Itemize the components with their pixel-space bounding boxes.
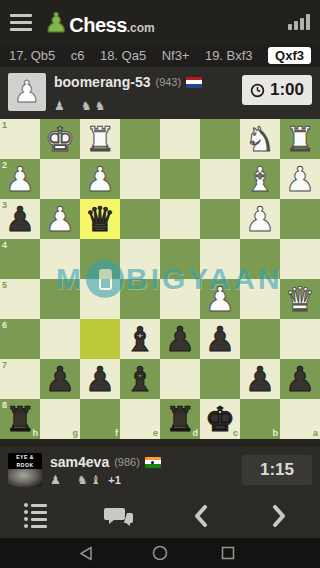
move-item[interactable]: 19. Bxf3: [205, 48, 253, 63]
black-pawn-f7[interactable]: ♟: [80, 359, 120, 399]
captured-piece-bishop-icon: ♝: [91, 474, 102, 486]
captured-piece-pawn-icon: ♟: [54, 100, 65, 112]
black-bishop-e7[interactable]: ♝: [120, 359, 160, 399]
clock-top: 1:00: [242, 75, 312, 105]
player-bar-bottom: EYE & ROOK sam4eva (986) ♟♞♝+1 1:15: [0, 447, 320, 493]
android-nav-bar: [0, 538, 320, 568]
square-f6[interactable]: [80, 319, 120, 359]
square-c7[interactable]: [200, 359, 240, 399]
square-g1[interactable]: ♚: [40, 119, 80, 159]
file-label-e: e: [153, 428, 158, 438]
square-e8[interactable]: e: [120, 399, 160, 439]
clock-bottom-time: 1:15: [260, 460, 294, 480]
app-screen: ♟ Chess .com 17. Qb5c618. Qa5Nf3+19. Bxf…: [0, 0, 320, 568]
square-f1[interactable]: ♜: [80, 119, 120, 159]
square-f3[interactable]: ♛: [80, 199, 120, 239]
brand-text: Chess: [69, 14, 127, 36]
square-h5[interactable]: 5: [0, 279, 40, 319]
square-a7[interactable]: ♟: [280, 359, 320, 399]
square-b8[interactable]: b: [240, 399, 280, 439]
avatar-image: [8, 469, 42, 487]
square-c2[interactable]: [200, 159, 240, 199]
move-item[interactable]: c6: [71, 48, 85, 63]
white-knight-b1[interactable]: ♞: [240, 119, 280, 159]
square-d5[interactable]: [160, 279, 200, 319]
rank-label-5: 5: [2, 280, 7, 290]
rank-label-6: 6: [2, 320, 7, 330]
white-pawn-a2[interactable]: ♟: [280, 159, 320, 199]
captured-pieces-top: ♟♞♞: [54, 100, 202, 112]
square-h6[interactable]: 6: [0, 319, 40, 359]
next-move-icon[interactable]: [268, 493, 290, 538]
black-pawn-c6[interactable]: ♟: [200, 319, 240, 359]
game-toolbar: [0, 493, 320, 538]
white-pawn-c5[interactable]: ♟: [200, 279, 240, 319]
avatar-top[interactable]: ♟: [8, 73, 46, 111]
player-bar-top: ♟ boomerang-53 (943) ♟♞♞ 1:00: [0, 67, 320, 119]
white-pawn-f2[interactable]: ♟: [80, 159, 120, 199]
material-advantage: +1: [108, 474, 121, 486]
square-h3[interactable]: 3♟: [0, 199, 40, 239]
square-a8[interactable]: a: [280, 399, 320, 439]
player-name-top[interactable]: boomerang-53: [54, 74, 150, 90]
rank-label-4: 4: [2, 240, 7, 250]
white-bishop-b2[interactable]: ♝: [240, 159, 280, 199]
clock-bottom: 1:15: [242, 455, 312, 485]
white-pawn-g3[interactable]: ♟: [40, 199, 80, 239]
square-e1[interactable]: [120, 119, 160, 159]
white-pawn-avatar-icon: ♟: [14, 73, 41, 111]
captured-pieces-bottom: ♟♞♝+1: [50, 474, 161, 486]
file-label-d: d: [193, 428, 199, 438]
square-f8[interactable]: f: [80, 399, 120, 439]
rank-label-2: 2: [2, 160, 7, 170]
square-f5[interactable]: [80, 279, 120, 319]
square-d3[interactable]: [160, 199, 200, 239]
india-flag-icon: [145, 457, 161, 468]
square-b4[interactable]: [240, 239, 280, 279]
square-c1[interactable]: [200, 119, 240, 159]
square-h8[interactable]: 8h♜: [0, 399, 40, 439]
board-area: 1♚♜♞♜2♟♟♝♟3♟♟♛♟45♟♛6♝♟♟7♟♟♝♟♟8h♜gfed♜c♚b…: [0, 119, 320, 439]
square-f4[interactable]: [80, 239, 120, 279]
file-label-g: g: [73, 428, 79, 438]
captured-piece-knight-icon: ♞: [95, 100, 106, 112]
square-b3[interactable]: ♟: [240, 199, 280, 239]
square-e5[interactable]: [120, 279, 160, 319]
square-b7[interactable]: ♟: [240, 359, 280, 399]
previous-move-icon[interactable]: [190, 493, 212, 538]
square-g2[interactable]: [40, 159, 80, 199]
android-back-icon[interactable]: [74, 538, 98, 568]
square-c6[interactable]: ♟: [200, 319, 240, 359]
player-rating-top: (943): [155, 76, 181, 88]
move-item[interactable]: Nf3+: [162, 48, 190, 63]
square-f2[interactable]: ♟: [80, 159, 120, 199]
avatar-bottom[interactable]: EYE & ROOK: [8, 453, 42, 487]
white-king-g1[interactable]: ♚: [40, 119, 80, 159]
menu-icon[interactable]: [10, 14, 32, 31]
clock-icon: [250, 83, 265, 98]
signal-bars-icon: [288, 14, 310, 30]
square-d8[interactable]: d♜: [160, 399, 200, 439]
black-bishop-e6[interactable]: ♝: [120, 319, 160, 359]
square-a3[interactable]: [280, 199, 320, 239]
square-g4[interactable]: [40, 239, 80, 279]
move-item-current[interactable]: Qxf3: [268, 47, 311, 64]
square-a6[interactable]: [280, 319, 320, 359]
square-e2[interactable]: [120, 159, 160, 199]
square-d7[interactable]: [160, 359, 200, 399]
square-d2[interactable]: [160, 159, 200, 199]
square-b1[interactable]: ♞: [240, 119, 280, 159]
square-d4[interactable]: [160, 239, 200, 279]
square-f7[interactable]: ♟: [80, 359, 120, 399]
square-g6[interactable]: [40, 319, 80, 359]
moves-list-icon[interactable]: [24, 493, 54, 538]
white-rook-a1[interactable]: ♜: [280, 119, 320, 159]
brand-suffix: .com: [127, 20, 155, 36]
black-pawn-b7[interactable]: ♟: [240, 359, 280, 399]
white-pawn-b3[interactable]: ♟: [240, 199, 280, 239]
logo-pawn-icon: ♟: [44, 9, 68, 36]
square-e3[interactable]: [120, 199, 160, 239]
android-recents-icon[interactable]: [216, 538, 240, 568]
move-item[interactable]: 17. Qb5: [9, 48, 55, 63]
captured-piece-knight-icon: ♞: [81, 100, 92, 112]
square-c4[interactable]: [200, 239, 240, 279]
square-a1[interactable]: ♜: [280, 119, 320, 159]
square-d1[interactable]: [160, 119, 200, 159]
rank-label-3: 3: [2, 200, 7, 210]
move-list: 17. Qb5c618. Qa5Nf3+19. Bxf3Qxf3: [0, 44, 320, 67]
black-pawn-d6[interactable]: ♟: [160, 319, 200, 359]
move-item[interactable]: 18. Qa5: [100, 48, 146, 63]
square-b6[interactable]: [240, 319, 280, 359]
square-h1[interactable]: 1: [0, 119, 40, 159]
black-pawn-g7[interactable]: ♟: [40, 359, 80, 399]
file-label-f: f: [115, 428, 118, 438]
square-b5[interactable]: [240, 279, 280, 319]
rank-label-8: 8: [2, 400, 7, 410]
captured-piece-pawn-icon: ♟: [50, 474, 61, 486]
captured-piece-knight-icon: ♞: [77, 474, 88, 486]
square-g3[interactable]: ♟: [40, 199, 80, 239]
file-label-b: b: [273, 428, 279, 438]
square-h4[interactable]: 4: [0, 239, 40, 279]
square-g8[interactable]: g: [40, 399, 80, 439]
rank-label-7: 7: [2, 360, 7, 370]
chesscom-logo[interactable]: ♟ Chess .com: [44, 9, 155, 36]
square-d6[interactable]: ♟: [160, 319, 200, 359]
square-c3[interactable]: [200, 199, 240, 239]
square-e7[interactable]: ♝: [120, 359, 160, 399]
file-label-a: a: [313, 428, 318, 438]
netherlands-flag-icon: [186, 77, 202, 88]
file-label-c: c: [233, 428, 238, 438]
square-c8[interactable]: c♚: [200, 399, 240, 439]
square-g7[interactable]: ♟: [40, 359, 80, 399]
chat-icon[interactable]: [102, 493, 136, 538]
square-e6[interactable]: ♝: [120, 319, 160, 359]
rank-label-1: 1: [2, 120, 7, 130]
android-home-icon[interactable]: [148, 538, 172, 568]
square-a2[interactable]: ♟: [280, 159, 320, 199]
square-c5[interactable]: ♟: [200, 279, 240, 319]
white-queen-a5[interactable]: ♛: [280, 279, 320, 319]
file-label-h: h: [33, 428, 39, 438]
square-e4[interactable]: [120, 239, 160, 279]
square-g5[interactable]: [40, 279, 80, 319]
square-a4[interactable]: [280, 239, 320, 279]
player-rating-bottom: (986): [114, 456, 140, 468]
square-h7[interactable]: 7: [0, 359, 40, 399]
white-rook-f1[interactable]: ♜: [80, 119, 120, 159]
clock-top-time: 1:00: [270, 80, 304, 100]
chess-board: 1♚♜♞♜2♟♟♝♟3♟♟♛♟45♟♛6♝♟♟7♟♟♝♟♟8h♜gfed♜c♚b…: [0, 119, 320, 439]
black-queen-f3[interactable]: ♛: [80, 199, 120, 239]
avatar-caption: EYE & ROOK: [8, 453, 42, 469]
black-pawn-a7[interactable]: ♟: [280, 359, 320, 399]
square-h2[interactable]: 2♟: [0, 159, 40, 199]
square-a5[interactable]: ♛: [280, 279, 320, 319]
app-header: ♟ Chess .com: [0, 0, 320, 44]
square-b2[interactable]: ♝: [240, 159, 280, 199]
player-name-bottom[interactable]: sam4eva: [50, 454, 109, 470]
